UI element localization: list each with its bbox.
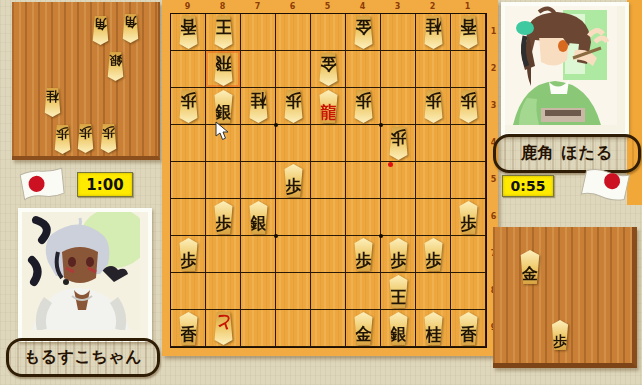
board-cell-39[interactable]: 銀: [381, 310, 416, 347]
file-label: 9: [170, 0, 205, 13]
board-cell-26[interactable]: [416, 199, 451, 236]
rank-label: 1: [489, 13, 498, 50]
board-cell-22[interactable]: [416, 51, 451, 88]
piece-歩[interactable]: 歩: [279, 90, 308, 123]
japan-flag: [578, 164, 632, 210]
board-cell-28[interactable]: [416, 273, 451, 310]
file-label: 7: [240, 0, 275, 13]
board-cell-93[interactable]: 歩: [171, 88, 206, 125]
board-cell-94[interactable]: [171, 125, 206, 162]
board-cell-55[interactable]: [311, 162, 346, 199]
piece-歩[interactable]: 歩: [454, 201, 483, 234]
star-point: [379, 234, 383, 238]
right-player-nameplate: 鹿角 ほたる: [493, 134, 641, 173]
board-cell-79[interactable]: [241, 310, 276, 347]
board-cell-13[interactable]: 歩: [451, 88, 486, 125]
board-cell-45[interactable]: [346, 162, 381, 199]
piece-歩[interactable]: 歩: [174, 238, 203, 271]
piece-歩[interactable]: 歩: [209, 201, 238, 234]
file-label: 5: [310, 0, 345, 13]
board-cell-53[interactable]: 龍: [311, 88, 346, 125]
piece-歩[interactable]: 歩: [547, 320, 573, 350]
piece-歩[interactable]: 歩: [419, 90, 448, 123]
shogi-app: 角角銀桂歩歩歩 987654321 123456789 香王金桂香飛金歩銀桂歩龍…: [0, 0, 642, 385]
board-cell-89[interactable]: と: [206, 310, 241, 347]
board-cell-34[interactable]: 歩: [381, 125, 416, 162]
piece-香[interactable]: 香: [174, 16, 203, 49]
piece-歩[interactable]: 歩: [384, 238, 413, 271]
board-cell-37[interactable]: 歩: [381, 236, 416, 273]
board-cell-15[interactable]: [451, 162, 486, 199]
file-labels: 987654321: [170, 0, 487, 13]
board-cell-41[interactable]: 金: [346, 14, 381, 51]
board-cell-24[interactable]: [416, 125, 451, 162]
piece-香[interactable]: 香: [454, 16, 483, 49]
piece-香[interactable]: 香: [454, 312, 483, 345]
board-cell-52[interactable]: 金: [311, 51, 346, 88]
board-cell-48[interactable]: [346, 273, 381, 310]
left-player-timer: 1:00: [77, 172, 133, 197]
board-cell-77[interactable]: [241, 236, 276, 273]
board-cell-23[interactable]: 歩: [416, 88, 451, 125]
board-cell-83[interactable]: 銀: [206, 88, 241, 125]
board-cell-98[interactable]: [171, 273, 206, 310]
piece-角[interactable]: 角: [118, 14, 143, 43]
piece-桂[interactable]: 桂: [419, 16, 448, 49]
piece-桂[interactable]: 桂: [419, 312, 448, 345]
board-cell-16[interactable]: 歩: [451, 199, 486, 236]
piece-銀[interactable]: 銀: [384, 312, 413, 345]
board-cell-14[interactable]: [451, 125, 486, 162]
board-cell-42[interactable]: [346, 51, 381, 88]
right-player-avatar: [501, 2, 629, 137]
board-cell-54[interactable]: [311, 125, 346, 162]
board-cell-17[interactable]: [451, 236, 486, 273]
board-cell-71[interactable]: [241, 14, 276, 51]
board-cell-64[interactable]: [276, 125, 311, 162]
sente-captured-tray[interactable]: 金歩: [493, 227, 637, 368]
board-cell-72[interactable]: [241, 51, 276, 88]
board-cell-19[interactable]: 香: [451, 310, 486, 347]
board-cell-78[interactable]: [241, 273, 276, 310]
file-label: 3: [380, 0, 415, 13]
piece-歩[interactable]: 歩: [279, 164, 308, 197]
board-cell-12[interactable]: [451, 51, 486, 88]
star-point: [274, 234, 278, 238]
piece-歩[interactable]: 歩: [419, 238, 448, 271]
piece-桂[interactable]: 桂: [244, 90, 273, 123]
board-cell-99[interactable]: 香: [171, 310, 206, 347]
piece-飛[interactable]: 飛: [209, 53, 238, 86]
board-cell-82[interactable]: 飛: [206, 51, 241, 88]
board-cell-91[interactable]: 香: [171, 14, 206, 51]
board-cell-88[interactable]: [206, 273, 241, 310]
piece-歩[interactable]: 歩: [384, 127, 413, 160]
piece-桂[interactable]: 桂: [40, 88, 65, 117]
file-label: 1: [450, 0, 485, 13]
piece-金[interactable]: 金: [349, 16, 378, 49]
piece-金[interactable]: 金: [314, 53, 343, 86]
board-cell-86[interactable]: 歩: [206, 199, 241, 236]
piece-歩[interactable]: 歩: [349, 238, 378, 271]
japan-flag: [18, 166, 68, 207]
star-point: [274, 123, 278, 127]
left-player-nameplate: もるすこちゃん: [6, 338, 160, 377]
piece-銀[interactable]: 銀: [209, 90, 238, 123]
board-cell-67[interactable]: [276, 236, 311, 273]
board-cell-87[interactable]: [206, 236, 241, 273]
board-cell-38[interactable]: 王: [381, 273, 416, 310]
board-cell-76[interactable]: 銀: [241, 199, 276, 236]
piece-と[interactable]: と: [209, 312, 238, 345]
piece-歩[interactable]: 歩: [454, 90, 483, 123]
board-cell-57[interactable]: [311, 236, 346, 273]
board-cell-81[interactable]: 王: [206, 14, 241, 51]
board-cell-65[interactable]: 歩: [276, 162, 311, 199]
file-label: 2: [415, 0, 450, 13]
board-cell-35[interactable]: [381, 162, 416, 199]
board-cell-66[interactable]: [276, 199, 311, 236]
board-cell-59[interactable]: [311, 310, 346, 347]
board-cell-62[interactable]: [276, 51, 311, 88]
board-cell-31[interactable]: [381, 14, 416, 51]
piece-龍[interactable]: 龍: [314, 90, 343, 123]
board-cell-97[interactable]: 歩: [171, 236, 206, 273]
board-cell-68[interactable]: [276, 273, 311, 310]
piece-銀[interactable]: 銀: [103, 52, 128, 81]
piece-歩[interactable]: 歩: [174, 90, 203, 123]
board-cell-51[interactable]: [311, 14, 346, 51]
file-label: 4: [345, 0, 380, 13]
board-cell-27[interactable]: 歩: [416, 236, 451, 273]
rank-label: 2: [489, 50, 498, 87]
board-cell-56[interactable]: [311, 199, 346, 236]
board-cell-58[interactable]: [311, 273, 346, 310]
star-point: [379, 123, 383, 127]
board-cell-29[interactable]: 桂: [416, 310, 451, 347]
mouse-cursor: [215, 121, 229, 145]
board-cell-69[interactable]: [276, 310, 311, 347]
board-cell-33[interactable]: [381, 88, 416, 125]
board-cell-11[interactable]: 香: [451, 14, 486, 51]
piece-歩[interactable]: 歩: [73, 124, 98, 153]
board-cell-73[interactable]: 桂: [241, 88, 276, 125]
file-label: 6: [275, 0, 310, 13]
board-cell-44[interactable]: [346, 125, 381, 162]
piece-歩[interactable]: 歩: [349, 90, 378, 123]
board-cell-85[interactable]: [206, 162, 241, 199]
board-cell-25[interactable]: [416, 162, 451, 199]
board-cell-95[interactable]: [171, 162, 206, 199]
board-cell-47[interactable]: 歩: [346, 236, 381, 273]
board-cell-75[interactable]: [241, 162, 276, 199]
board-cell-46[interactable]: [346, 199, 381, 236]
board-cell-74[interactable]: [241, 125, 276, 162]
piece-角[interactable]: 角: [88, 16, 113, 45]
board-cell-36[interactable]: [381, 199, 416, 236]
piece-歩[interactable]: 歩: [50, 125, 75, 154]
board-cell-61[interactable]: [276, 14, 311, 51]
right-player-timer: 0:55: [502, 175, 554, 197]
piece-金[interactable]: 金: [349, 312, 378, 345]
piece-香[interactable]: 香: [174, 312, 203, 345]
board-cell-49[interactable]: 金: [346, 310, 381, 347]
board-cell-21[interactable]: 桂: [416, 14, 451, 51]
shogi-board[interactable]: 香王金桂香飛金歩銀桂歩龍歩歩歩歩歩歩銀歩歩歩歩歩王香と金銀桂香: [170, 13, 487, 348]
board-cell-43[interactable]: 歩: [346, 88, 381, 125]
piece-歩[interactable]: 歩: [96, 124, 121, 153]
board-cell-92[interactable]: [171, 51, 206, 88]
board-frame: 987654321 123456789 香王金桂香飛金歩銀桂歩龍歩歩歩歩歩歩銀歩…: [162, 0, 498, 356]
file-label: 8: [205, 0, 240, 13]
piece-王[interactable]: 王: [384, 275, 413, 308]
board-cell-96[interactable]: [171, 199, 206, 236]
piece-金[interactable]: 金: [515, 250, 545, 284]
move-marker-dot: [388, 162, 393, 167]
left-player-avatar: [18, 208, 152, 342]
board-cell-32[interactable]: [381, 51, 416, 88]
board-cell-18[interactable]: [451, 273, 486, 310]
board-cell-63[interactable]: 歩: [276, 88, 311, 125]
rank-label: 3: [489, 87, 498, 124]
gote-captured-tray[interactable]: 角角銀桂歩歩歩: [12, 2, 160, 160]
piece-銀[interactable]: 銀: [244, 201, 273, 234]
piece-王[interactable]: 王: [209, 16, 238, 49]
